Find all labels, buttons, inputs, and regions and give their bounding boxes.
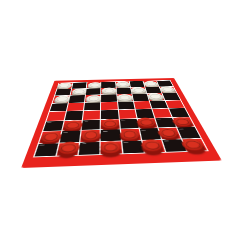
checker-top — [85, 95, 101, 102]
checker-red: ⛂ — [100, 141, 122, 155]
board-white-trim: ⛀⛀⛀⛀⛀⛀⛀⛀⛀⛀⛀⛀⛂⛂⛂⛂⛂⛂⛂⛂⛂⛂⛂⛂ — [33, 80, 209, 157]
square-r5c6 — [135, 109, 154, 118]
square-r8c4: ⛂ — [101, 141, 122, 154]
checker-top — [157, 128, 180, 139]
square-r4c2 — [67, 103, 84, 111]
square-r7c5: ⛂ — [120, 129, 140, 140]
checker-top — [116, 81, 131, 87]
square-r2c3 — [86, 88, 101, 95]
square-r7c8 — [177, 127, 200, 138]
square-r2c8: ⛀ — [159, 86, 176, 92]
checker-top — [131, 87, 147, 93]
checker-red: ⛂ — [56, 142, 80, 156]
square-r3c8 — [162, 93, 180, 100]
square-r4c4 — [101, 102, 117, 110]
square-r3c5: ⛀ — [117, 94, 133, 101]
square-r2c2: ⛀ — [71, 88, 86, 95]
checker-top — [39, 131, 62, 142]
square-r8c8: ⛂ — [182, 138, 207, 151]
checker-top — [136, 118, 157, 128]
checker-white: ⛀ — [56, 82, 72, 88]
square-r5c3 — [83, 110, 100, 119]
square-r4c6 — [134, 101, 151, 109]
checker-white: ⛀ — [117, 94, 134, 102]
square-r4c1 — [50, 103, 68, 111]
square-r7c4 — [101, 129, 120, 141]
square-r7c1: ⛂ — [39, 131, 61, 143]
square-r7c6 — [139, 128, 160, 139]
checker-top — [57, 142, 80, 155]
checker-top — [159, 86, 176, 92]
square-r8c5 — [122, 140, 144, 153]
checker-side — [182, 142, 207, 154]
checker-red: ⛂ — [136, 117, 157, 128]
square-r8c2: ⛂ — [57, 142, 79, 155]
checker-red: ⛂ — [39, 131, 62, 143]
square-r6c5 — [119, 119, 138, 129]
square-r5c4 — [101, 110, 118, 119]
square-r2c4: ⛀ — [101, 88, 115, 95]
square-r6c3 — [82, 120, 100, 130]
square-r6c6: ⛂ — [137, 118, 157, 128]
square-r8c3 — [79, 142, 100, 155]
checker-red: ⛂ — [62, 120, 83, 131]
square-r6c1 — [43, 121, 64, 131]
checker-white: ⛀ — [102, 87, 117, 94]
square-r3c6 — [132, 94, 148, 101]
square-r7c2 — [60, 131, 81, 143]
checker-top — [56, 82, 72, 88]
checker-top — [119, 129, 140, 140]
checker-top — [62, 120, 82, 130]
checker-white: ⛀ — [159, 86, 177, 93]
square-r8c1 — [35, 143, 59, 156]
checker-top — [117, 94, 134, 101]
square-r4c3 — [84, 102, 100, 110]
square-r8c6: ⛂ — [142, 140, 165, 153]
square-r3c2 — [69, 95, 85, 102]
square-r2c5 — [116, 87, 131, 94]
checker-red: ⛂ — [80, 129, 101, 141]
square-r6c4: ⛂ — [101, 119, 119, 129]
square-r6c2: ⛂ — [63, 120, 82, 130]
square-r2c6: ⛀ — [131, 87, 147, 94]
square-r5c2 — [65, 111, 83, 120]
checkers-board: ⛀⛀⛀⛀⛀⛀⛀⛀⛀⛀⛀⛀⛂⛂⛂⛂⛂⛂⛂⛂⛂⛂⛂⛂ — [21, 78, 222, 168]
square-r6c8: ⛂ — [173, 117, 195, 127]
checker-red: ⛂ — [101, 119, 120, 130]
board-grid: ⛀⛀⛀⛀⛀⛀⛀⛀⛀⛀⛀⛀⛂⛂⛂⛂⛂⛂⛂⛂⛂⛂⛂⛂ — [35, 81, 208, 157]
checker-top — [102, 88, 117, 94]
square-r3c7: ⛀ — [147, 93, 164, 100]
checker-red: ⛂ — [119, 129, 140, 141]
product-photo: ⛀⛀⛀⛀⛀⛀⛀⛀⛀⛀⛀⛀⛂⛂⛂⛂⛂⛂⛂⛂⛂⛂⛂⛂ — [0, 0, 240, 240]
square-r2c7 — [145, 87, 161, 93]
checker-top — [100, 141, 122, 154]
checker-top — [80, 130, 100, 141]
square-r4c5 — [118, 101, 135, 109]
checker-top — [101, 119, 120, 129]
square-r7c3: ⛂ — [81, 130, 100, 142]
checker-side — [56, 145, 79, 157]
square-r3c1: ⛀ — [53, 96, 70, 103]
square-r2c1 — [55, 89, 71, 96]
square-r3c4 — [101, 94, 116, 101]
checker-top — [71, 88, 87, 94]
checker-side — [100, 145, 121, 157]
checker-side — [142, 143, 165, 155]
square-r5c1 — [47, 111, 66, 120]
checker-top — [87, 82, 102, 88]
square-r5c8 — [169, 108, 189, 117]
square-r3c3: ⛀ — [85, 95, 100, 102]
checker-top — [140, 139, 164, 152]
square-r5c5 — [118, 109, 136, 118]
checker-red: ⛂ — [140, 139, 164, 153]
square-r4c8 — [165, 100, 184, 108]
